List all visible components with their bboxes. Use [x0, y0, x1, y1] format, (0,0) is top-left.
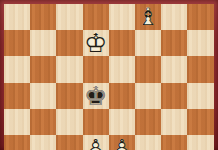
square-c8 [56, 4, 82, 30]
square-e6 [109, 56, 135, 82]
square-b3 [30, 135, 56, 150]
square-c3 [56, 135, 82, 150]
square-a3 [4, 135, 30, 150]
square-d3: ♟♙ [83, 135, 109, 150]
square-f7 [135, 30, 161, 56]
square-g6 [161, 56, 187, 82]
square-h6 [187, 56, 213, 82]
square-h7 [187, 30, 213, 56]
square-g7 [161, 30, 187, 56]
chess-board: ♝♗♚♔♚♔♟♙♟♙ [4, 4, 214, 150]
piece-outline-glyph: ♗ [135, 4, 161, 30]
square-h5 [187, 83, 213, 109]
chess-diagram-frame: ♝♗♚♔♚♔♟♙♟♙ [0, 0, 218, 150]
square-b5 [30, 83, 56, 109]
square-a7 [4, 30, 30, 56]
square-g5 [161, 83, 187, 109]
square-f4 [135, 109, 161, 135]
square-f6 [135, 56, 161, 82]
white-king-d7: ♚♔ [83, 30, 109, 56]
piece-outline-glyph: ♔ [83, 83, 109, 109]
square-e7 [109, 30, 135, 56]
square-e4 [109, 109, 135, 135]
square-c4 [56, 109, 82, 135]
square-f5 [135, 83, 161, 109]
square-h8 [187, 4, 213, 30]
square-d4 [83, 109, 109, 135]
white-bishop-f8: ♝♗ [135, 4, 161, 30]
square-a5 [4, 83, 30, 109]
square-d8 [83, 4, 109, 30]
piece-outline-glyph: ♙ [109, 135, 135, 150]
piece-outline-glyph: ♔ [83, 30, 109, 56]
square-d6 [83, 56, 109, 82]
square-h4 [187, 109, 213, 135]
square-g8 [161, 4, 187, 30]
white-pawn-e3: ♟♙ [109, 135, 135, 150]
square-c5 [56, 83, 82, 109]
square-b4 [30, 109, 56, 135]
square-d7: ♚♔ [83, 30, 109, 56]
square-c7 [56, 30, 82, 56]
square-e3: ♟♙ [109, 135, 135, 150]
square-a6 [4, 56, 30, 82]
square-e8 [109, 4, 135, 30]
square-b6 [30, 56, 56, 82]
square-b7 [30, 30, 56, 56]
square-b8 [30, 4, 56, 30]
square-f8: ♝♗ [135, 4, 161, 30]
square-a8 [4, 4, 30, 30]
piece-outline-glyph: ♙ [83, 135, 109, 150]
square-g4 [161, 109, 187, 135]
black-king-d5: ♚♔ [83, 83, 109, 109]
square-d5: ♚♔ [83, 83, 109, 109]
square-h3 [187, 135, 213, 150]
square-e5 [109, 83, 135, 109]
square-f3 [135, 135, 161, 150]
square-c6 [56, 56, 82, 82]
white-pawn-d3: ♟♙ [83, 135, 109, 150]
square-g3 [161, 135, 187, 150]
square-a4 [4, 109, 30, 135]
